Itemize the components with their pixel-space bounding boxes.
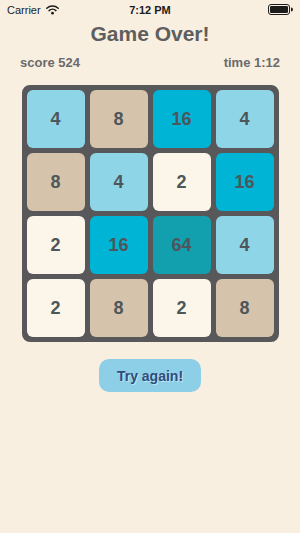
tile: 16 — [90, 216, 148, 274]
tile: 8 — [27, 153, 85, 211]
wifi-icon — [45, 4, 60, 17]
tile: 2 — [153, 279, 211, 337]
tile: 4 — [216, 90, 274, 148]
tile: 2 — [27, 279, 85, 337]
game-board[interactable]: 4 8 16 4 8 4 2 16 2 16 64 4 2 8 2 8 — [22, 85, 279, 342]
tile: 16 — [216, 153, 274, 211]
time-label: time 1:12 — [224, 55, 280, 70]
tile: 8 — [90, 90, 148, 148]
tile: 8 — [216, 279, 274, 337]
tile: 4 — [216, 216, 274, 274]
tile: 16 — [153, 90, 211, 148]
score-label: score 524 — [20, 55, 80, 70]
tile: 2 — [153, 153, 211, 211]
tile: 4 — [27, 90, 85, 148]
status-bar: Carrier 7:12 PM — [0, 0, 300, 20]
battery-icon — [268, 4, 293, 17]
tile: 64 — [153, 216, 211, 274]
tile: 2 — [27, 216, 85, 274]
tile: 8 — [90, 279, 148, 337]
try-again-button[interactable]: Try again! — [99, 359, 201, 392]
tile: 4 — [90, 153, 148, 211]
scoreboard: score 524 time 1:12 — [20, 55, 280, 70]
carrier-label: Carrier — [7, 4, 41, 16]
page-title: Game Over! — [0, 22, 300, 46]
